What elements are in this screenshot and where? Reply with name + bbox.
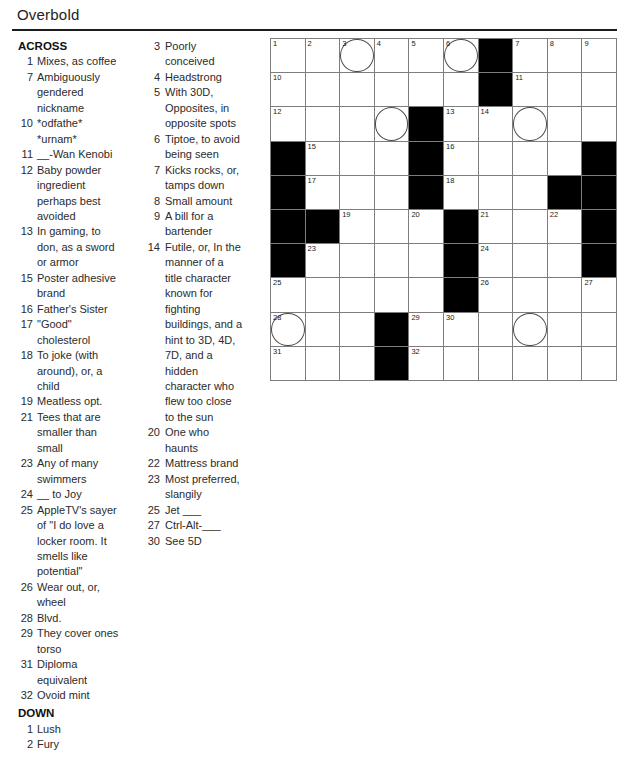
clue-text: Any of many swimmers (37, 456, 119, 487)
cell-number: 9 (584, 39, 588, 49)
clue-down-7: 7Kicks rocks, or, tamps down (146, 163, 246, 194)
cell-r9c2[interactable] (306, 313, 340, 346)
cell-r1c10[interactable]: 9 (582, 39, 616, 72)
clue-text: Kicks rocks, or, tamps down (165, 163, 243, 194)
cell-r9c7[interactable] (479, 313, 513, 346)
cell-r9c3[interactable] (340, 313, 374, 346)
cell-number: 24 (481, 244, 489, 254)
clue-number: 24 (18, 487, 33, 502)
clue-text: Diploma equivalent (37, 657, 119, 688)
cell-number: 27 (584, 278, 592, 288)
clue-down-27: 27Ctrl-Alt-___ (146, 518, 246, 533)
cell-r8c2[interactable] (306, 278, 340, 311)
clue-number: 16 (18, 302, 33, 317)
cell-number: 7 (515, 39, 519, 49)
cell-r2c8[interactable]: 11 (513, 73, 547, 106)
cell-r1c7 (479, 39, 513, 72)
cell-r4c7[interactable] (479, 142, 513, 175)
clue-number: 9 (146, 209, 160, 224)
cell-r5c8[interactable] (513, 176, 547, 209)
clue-text: In gaming, to don, as a sword or armor (37, 224, 119, 270)
clue-number: 30 (146, 534, 160, 549)
clue-text: Blvd. (37, 611, 119, 626)
cell-r3c4[interactable] (375, 107, 409, 140)
cell-r3c3[interactable] (340, 107, 374, 140)
clue-number: 25 (146, 503, 160, 518)
cell-r4c8[interactable] (513, 142, 547, 175)
clue-number: 29 (18, 626, 33, 641)
cell-number: 10 (273, 73, 281, 83)
cell-r10c2[interactable] (306, 347, 340, 380)
clue-down-20: 20One who haunts (146, 425, 246, 456)
clue-text: Futile, or, In the manner of a title cha… (165, 240, 243, 425)
clue-text: Fury (37, 737, 119, 752)
cell-r8c9[interactable] (548, 278, 582, 311)
cell-number: 31 (273, 347, 281, 357)
clue-number: 18 (18, 348, 33, 363)
clue-down-14: 14Futile, or, In the manner of a title c… (146, 240, 246, 425)
clue-text: Most preferred, slangily (165, 472, 243, 503)
cell-number: 15 (308, 142, 316, 152)
clue-down-3: 3Poorly conceived (146, 39, 246, 70)
clue-across-24: 24__ to Joy (18, 487, 122, 502)
cell-r2c4[interactable] (375, 73, 409, 106)
clue-text: __-Wan Kenobi (37, 147, 119, 162)
clue-text: __ to Joy (37, 487, 119, 502)
cell-r1c4[interactable]: 4 (375, 39, 409, 72)
clue-text: They cover ones torso (37, 626, 119, 657)
clue-text: Ambiguously gendered nickname (37, 70, 119, 116)
cell-r1c9[interactable]: 8 (548, 39, 582, 72)
cell-r6c9[interactable]: 22 (548, 210, 582, 243)
cell-r2c2[interactable] (306, 73, 340, 106)
cell-number: 17 (308, 176, 316, 186)
cell-r3c9[interactable] (548, 107, 582, 140)
cell-r7c8[interactable] (513, 244, 547, 277)
down-heading: DOWN (18, 706, 122, 721)
cell-number: 26 (481, 278, 489, 288)
clue-number: 27 (146, 518, 160, 533)
cell-r9c10[interactable] (582, 313, 616, 346)
across-heading: ACROSS (18, 39, 122, 54)
clue-across-12: 12Baby powder ingredient perhaps best av… (18, 163, 122, 225)
clues-column-2: 3Poorly conceived4Headstrong5With 30D, O… (146, 39, 246, 549)
clue-across-15: 15Poster adhesive brand (18, 271, 122, 302)
cell-number: 29 (411, 313, 419, 323)
cell-r6c2 (306, 210, 340, 243)
clue-down-30: 30See 5D (146, 534, 246, 549)
cell-r1c8[interactable]: 7 (513, 39, 547, 72)
cell-r1c3[interactable]: 3 (340, 39, 374, 72)
cell-r10c3[interactable] (340, 347, 374, 380)
clue-down-25: 25Jet ___ (146, 503, 246, 518)
cell-r9c9[interactable] (548, 313, 582, 346)
cell-r9c4 (375, 313, 409, 346)
cell-r2c6[interactable] (444, 73, 478, 106)
clue-number: 7 (146, 163, 160, 178)
cell-r2c7 (479, 73, 513, 106)
cell-r4c6[interactable]: 16 (444, 142, 478, 175)
cell-r6c4[interactable] (375, 210, 409, 243)
clue-across-18: 18To joke (with around), or, a child (18, 348, 122, 394)
clue-across-7: 7Ambiguously gendered nickname (18, 70, 122, 116)
cell-r9c8[interactable] (513, 313, 547, 346)
clue-number: 19 (18, 394, 33, 409)
clue-number: 23 (18, 456, 33, 471)
cell-r4c4[interactable] (375, 142, 409, 175)
clue-number: 11 (18, 147, 33, 162)
clue-text: A bill for a bartender (165, 209, 243, 240)
clue-text: Meatless opt. (37, 394, 119, 409)
clue-number: 1 (18, 722, 33, 737)
cell-r6c7[interactable]: 21 (479, 210, 513, 243)
cell-r8c8[interactable] (513, 278, 547, 311)
cell-r10c9[interactable] (548, 347, 582, 380)
cell-r3c8[interactable] (513, 107, 547, 140)
cell-number: 20 (411, 210, 419, 220)
cell-r2c3[interactable] (340, 73, 374, 106)
cell-r2c5[interactable] (409, 73, 443, 106)
cell-number: 6 (446, 39, 450, 49)
clue-down-1: 1Lush (18, 722, 122, 737)
cell-r5c4[interactable] (375, 176, 409, 209)
cell-number: 14 (481, 107, 489, 117)
clue-text: Mattress brand (165, 456, 243, 471)
clue-down-2: 2Fury (18, 737, 122, 752)
cell-r7c1 (271, 244, 305, 277)
cell-r3c5 (409, 107, 443, 140)
cell-r10c6[interactable] (444, 347, 478, 380)
cell-r7c2[interactable]: 23 (306, 244, 340, 277)
cell-r5c5 (409, 176, 443, 209)
clue-across-1: 1Mixes, as coffee (18, 54, 122, 69)
circle-mark (513, 107, 547, 140)
crossword-grid: 1234567891011121314151617181920212223242… (270, 38, 617, 381)
clue-number: 7 (18, 70, 33, 85)
cell-number: 19 (342, 210, 350, 220)
cell-r10c7[interactable] (479, 347, 513, 380)
title-divider (12, 29, 617, 31)
cell-r5c6[interactable]: 18 (444, 176, 478, 209)
cell-r5c7[interactable] (479, 176, 513, 209)
cell-r2c1[interactable]: 10 (271, 73, 305, 106)
cell-r8c1[interactable]: 25 (271, 278, 305, 311)
cell-r3c2[interactable] (306, 107, 340, 140)
cell-r3c10[interactable] (582, 107, 616, 140)
circle-mark (513, 313, 547, 346)
clue-across-28: 28Blvd. (18, 611, 122, 626)
cell-r8c10[interactable]: 27 (582, 278, 616, 311)
clue-number: 13 (18, 224, 33, 239)
cell-r4c5 (409, 142, 443, 175)
cell-number: 23 (308, 244, 316, 254)
clue-number: 21 (18, 410, 33, 425)
clue-across-31: 31Diploma equivalent (18, 657, 122, 688)
clue-text: Headstrong (165, 70, 243, 85)
clue-text: *odfathe* *urnam* (37, 116, 119, 147)
clue-down-4: 4Headstrong (146, 70, 246, 85)
clue-text: Wear out, or, wheel (37, 580, 119, 611)
cell-r4c3[interactable] (340, 142, 374, 175)
clue-down-5: 5With 30D, Opposites, in opposite spots (146, 85, 246, 131)
clue-across-32: 32Ovoid mint (18, 688, 122, 703)
clue-number: 15 (18, 271, 33, 286)
cell-r5c2[interactable]: 17 (306, 176, 340, 209)
cell-r10c8[interactable] (513, 347, 547, 380)
cell-r10c4 (375, 347, 409, 380)
cell-r7c10 (582, 244, 616, 277)
cell-number: 5 (411, 39, 415, 49)
clue-across-17: 17"Good" cholesterol (18, 317, 122, 348)
cell-r7c9[interactable] (548, 244, 582, 277)
clue-text: Tiptoe, to avoid being seen (165, 132, 243, 163)
cell-r5c3[interactable] (340, 176, 374, 209)
cell-r1c5[interactable]: 5 (409, 39, 443, 72)
clue-across-26: 26Wear out, or, wheel (18, 580, 122, 611)
cell-number: 16 (446, 142, 454, 152)
clue-across-16: 16Father's Sister (18, 302, 122, 317)
clue-across-25: 25AppleTV's sayer of "I do love a locker… (18, 503, 122, 580)
cell-r3c7[interactable]: 14 (479, 107, 513, 140)
clue-down-9: 9A bill for a bartender (146, 209, 246, 240)
clue-down-22: 22Mattress brand (146, 456, 246, 471)
cell-number: 2 (308, 39, 312, 49)
clue-number: 14 (146, 240, 160, 255)
cell-r1c6[interactable]: 6 (444, 39, 478, 72)
cell-r5c10 (582, 176, 616, 209)
clue-text: Poorly conceived (165, 39, 243, 70)
cell-r1c2[interactable]: 2 (306, 39, 340, 72)
cell-r8c3[interactable] (340, 278, 374, 311)
clue-text: Tees that are smaller than small (37, 410, 119, 456)
clue-text: "Good" cholesterol (37, 317, 119, 348)
clue-text: To joke (with around), or, a child (37, 348, 119, 394)
cell-r5c1 (271, 176, 305, 209)
cell-r6c5[interactable]: 20 (409, 210, 443, 243)
clue-text: See 5D (165, 534, 243, 549)
cell-number: 12 (273, 107, 281, 117)
clue-text: Father's Sister (37, 302, 119, 317)
cell-r7c3[interactable] (340, 244, 374, 277)
clue-number: 31 (18, 657, 33, 672)
cell-r9c6[interactable]: 30 (444, 313, 478, 346)
cell-r4c10 (582, 142, 616, 175)
clue-number: 10 (18, 116, 33, 131)
cell-number: 21 (481, 210, 489, 220)
clue-across-11: 11__-Wan Kenobi (18, 147, 122, 162)
clue-text: Ovoid mint (37, 688, 119, 703)
cell-r7c7[interactable]: 24 (479, 244, 513, 277)
cell-r2c10[interactable] (582, 73, 616, 106)
cell-r6c1 (271, 210, 305, 243)
clue-text: Jet ___ (165, 503, 243, 518)
cell-r3c6[interactable]: 13 (444, 107, 478, 140)
cell-r4c2[interactable]: 15 (306, 142, 340, 175)
clue-number: 26 (18, 580, 33, 595)
cell-number: 22 (550, 210, 558, 220)
cell-r10c1[interactable]: 31 (271, 347, 305, 380)
cell-r6c8[interactable] (513, 210, 547, 243)
clue-number: 28 (18, 611, 33, 626)
cell-r9c5[interactable]: 29 (409, 313, 443, 346)
clue-number: 20 (146, 425, 160, 440)
clue-down-23: 23Most preferred, slangily (146, 472, 246, 503)
clue-down-8: 8Small amount (146, 194, 246, 209)
cell-r3c1[interactable]: 12 (271, 107, 305, 140)
cell-r6c3[interactable]: 19 (340, 210, 374, 243)
cell-r10c10[interactable] (582, 347, 616, 380)
puzzle-title: Overbold (17, 6, 79, 23)
cell-r7c6 (444, 244, 478, 277)
clues-column-1: ACROSS1Mixes, as coffee7Ambiguously gend… (18, 39, 122, 753)
clue-text: Lush (37, 722, 119, 737)
clue-text: One who haunts (165, 425, 243, 456)
clue-number: 22 (146, 456, 160, 471)
cell-number: 13 (446, 107, 454, 117)
cell-number: 18 (446, 176, 454, 186)
cell-r4c1 (271, 142, 305, 175)
clue-text: Mixes, as coffee (37, 54, 119, 69)
clue-number: 12 (18, 163, 33, 178)
cell-number: 1 (273, 39, 277, 49)
cell-number: 8 (550, 39, 554, 49)
clue-down-6: 6Tiptoe, to avoid being seen (146, 132, 246, 163)
clue-text: AppleTV's sayer of "I do love a locker r… (37, 503, 119, 580)
cell-r6c10 (582, 210, 616, 243)
clue-across-29: 29They cover ones torso (18, 626, 122, 657)
cell-r8c7[interactable]: 26 (479, 278, 513, 311)
clue-number: 4 (146, 70, 160, 85)
clue-across-23: 23Any of many swimmers (18, 456, 122, 487)
clue-across-19: 19Meatless opt. (18, 394, 122, 409)
cell-r7c4[interactable] (375, 244, 409, 277)
clue-text: Poster adhesive brand (37, 271, 119, 302)
cell-r4c9[interactable] (548, 142, 582, 175)
cell-r8c6 (444, 278, 478, 311)
clue-number: 32 (18, 688, 33, 703)
cell-r6c6 (444, 210, 478, 243)
clue-text: With 30D, Opposites, in opposite spots (165, 85, 243, 131)
clue-across-10: 10*odfathe* *urnam* (18, 116, 122, 147)
cell-number: 28 (273, 313, 281, 323)
clue-text: Baby powder ingredient perhaps best avoi… (37, 163, 119, 225)
clue-number: 8 (146, 194, 160, 209)
clue-number: 17 (18, 317, 33, 332)
clue-number: 3 (146, 39, 160, 54)
cell-number: 30 (446, 313, 454, 323)
cell-number: 3 (342, 39, 346, 49)
cell-number: 4 (377, 39, 381, 49)
cell-r2c9[interactable] (548, 73, 582, 106)
cell-r8c5[interactable] (409, 278, 443, 311)
cell-r5c9 (548, 176, 582, 209)
clue-number: 23 (146, 472, 160, 487)
clue-text: Small amount (165, 194, 243, 209)
clue-text: Ctrl-Alt-___ (165, 518, 243, 533)
cell-r8c4[interactable] (375, 278, 409, 311)
cell-number: 25 (273, 278, 281, 288)
clue-number: 25 (18, 503, 33, 518)
cell-r1c1[interactable]: 1 (271, 39, 305, 72)
cell-r7c5[interactable] (409, 244, 443, 277)
cell-r9c1[interactable]: 28 (271, 313, 305, 346)
clue-number: 5 (146, 85, 160, 100)
clue-across-13: 13In gaming, to don, as a sword or armor (18, 224, 122, 270)
clue-across-21: 21Tees that are smaller than small (18, 410, 122, 456)
cell-r10c5[interactable]: 32 (409, 347, 443, 380)
clue-number: 6 (146, 132, 160, 147)
circle-mark (375, 107, 409, 140)
clue-number: 1 (18, 54, 33, 69)
cell-number: 11 (515, 73, 523, 83)
clue-number: 2 (18, 737, 33, 752)
cell-number: 32 (411, 347, 419, 357)
